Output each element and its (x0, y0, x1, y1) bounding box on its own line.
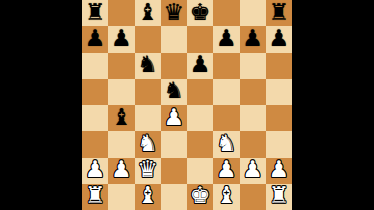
square-e1[interactable]: ♚ (187, 184, 213, 210)
square-c1[interactable]: ♝ (135, 184, 161, 210)
square-e7[interactable] (187, 26, 213, 52)
square-g6[interactable] (240, 53, 266, 79)
square-b5[interactable] (108, 79, 134, 105)
square-d5[interactable]: ♞ (161, 79, 187, 105)
square-b1[interactable] (108, 184, 134, 210)
square-h1[interactable]: ♜ (266, 184, 292, 210)
square-g1[interactable] (240, 184, 266, 210)
black-rook-piece[interactable]: ♜ (269, 1, 290, 24)
black-pawn-piece[interactable]: ♟ (190, 53, 211, 76)
white-bishop-piece[interactable]: ♝ (137, 184, 158, 207)
black-pawn-piece[interactable]: ♟ (216, 27, 237, 50)
square-e5[interactable] (187, 79, 213, 105)
square-h8[interactable]: ♜ (266, 0, 292, 26)
white-pawn-piece[interactable]: ♟ (269, 158, 290, 181)
square-a6[interactable] (82, 53, 108, 79)
square-f3[interactable]: ♞ (213, 131, 239, 157)
square-f1[interactable]: ♝ (213, 184, 239, 210)
chess-board: ♜♝♛♚♜♟♟♟♟♟♞♟♞♝♟♞♞♟♟♛♟♟♟♜♝♚♝♜ (82, 0, 292, 210)
square-g4[interactable] (240, 105, 266, 131)
square-d4[interactable]: ♟ (161, 105, 187, 131)
square-a5[interactable] (82, 79, 108, 105)
square-a2[interactable]: ♟ (82, 158, 108, 184)
white-king-piece[interactable]: ♚ (190, 184, 211, 207)
square-h6[interactable] (266, 53, 292, 79)
square-b6[interactable] (108, 53, 134, 79)
square-g2[interactable]: ♟ (240, 158, 266, 184)
white-queen-piece[interactable]: ♛ (137, 158, 158, 181)
black-knight-piece[interactable]: ♞ (137, 53, 158, 76)
square-c6[interactable]: ♞ (135, 53, 161, 79)
square-g5[interactable] (240, 79, 266, 105)
square-f2[interactable]: ♟ (213, 158, 239, 184)
square-f8[interactable] (213, 0, 239, 26)
square-g3[interactable] (240, 131, 266, 157)
square-b3[interactable] (108, 131, 134, 157)
square-f6[interactable] (213, 53, 239, 79)
white-pawn-piece[interactable]: ♟ (216, 158, 237, 181)
square-d7[interactable] (161, 26, 187, 52)
square-h7[interactable]: ♟ (266, 26, 292, 52)
white-rook-piece[interactable]: ♜ (269, 184, 290, 207)
square-c2[interactable]: ♛ (135, 158, 161, 184)
square-c5[interactable] (135, 79, 161, 105)
square-h5[interactable] (266, 79, 292, 105)
square-h2[interactable]: ♟ (266, 158, 292, 184)
square-f5[interactable] (213, 79, 239, 105)
white-knight-piece[interactable]: ♞ (137, 132, 158, 155)
square-b7[interactable]: ♟ (108, 26, 134, 52)
square-f7[interactable]: ♟ (213, 26, 239, 52)
square-d2[interactable] (161, 158, 187, 184)
square-c7[interactable] (135, 26, 161, 52)
black-bishop-piece[interactable]: ♝ (111, 106, 132, 129)
white-knight-piece[interactable]: ♞ (216, 132, 237, 155)
square-d6[interactable] (161, 53, 187, 79)
white-pawn-piece[interactable]: ♟ (85, 158, 106, 181)
black-queen-piece[interactable]: ♛ (164, 1, 185, 24)
square-e2[interactable] (187, 158, 213, 184)
square-h3[interactable] (266, 131, 292, 157)
white-pawn-piece[interactable]: ♟ (242, 158, 263, 181)
black-knight-piece[interactable]: ♞ (164, 79, 185, 102)
square-d3[interactable] (161, 131, 187, 157)
white-bishop-piece[interactable]: ♝ (216, 184, 237, 207)
square-a1[interactable]: ♜ (82, 184, 108, 210)
black-bishop-piece[interactable]: ♝ (137, 1, 158, 24)
black-king-piece[interactable]: ♚ (190, 1, 211, 24)
square-e4[interactable] (187, 105, 213, 131)
square-h4[interactable] (266, 105, 292, 131)
square-d1[interactable] (161, 184, 187, 210)
black-pawn-piece[interactable]: ♟ (85, 27, 106, 50)
square-a8[interactable]: ♜ (82, 0, 108, 26)
square-a7[interactable]: ♟ (82, 26, 108, 52)
black-pawn-piece[interactable]: ♟ (269, 27, 290, 50)
square-e6[interactable]: ♟ (187, 53, 213, 79)
square-b8[interactable] (108, 0, 134, 26)
white-pawn-piece[interactable]: ♟ (164, 106, 185, 129)
square-g8[interactable] (240, 0, 266, 26)
square-e8[interactable]: ♚ (187, 0, 213, 26)
white-pawn-piece[interactable]: ♟ (111, 158, 132, 181)
black-pawn-piece[interactable]: ♟ (242, 27, 263, 50)
square-f4[interactable] (213, 105, 239, 131)
square-b2[interactable]: ♟ (108, 158, 134, 184)
square-a3[interactable] (82, 131, 108, 157)
page-background: ♜♝♛♚♜♟♟♟♟♟♞♟♞♝♟♞♞♟♟♛♟♟♟♜♝♚♝♜ (0, 0, 374, 210)
square-e3[interactable] (187, 131, 213, 157)
black-pawn-piece[interactable]: ♟ (111, 27, 132, 50)
black-rook-piece[interactable]: ♜ (85, 1, 106, 24)
square-a4[interactable] (82, 105, 108, 131)
square-c3[interactable]: ♞ (135, 131, 161, 157)
square-c4[interactable] (135, 105, 161, 131)
white-rook-piece[interactable]: ♜ (85, 184, 106, 207)
square-b4[interactable]: ♝ (108, 105, 134, 131)
square-g7[interactable]: ♟ (240, 26, 266, 52)
square-d8[interactable]: ♛ (161, 0, 187, 26)
square-c8[interactable]: ♝ (135, 0, 161, 26)
